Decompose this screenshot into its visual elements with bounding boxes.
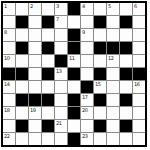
white-cell-r7c6[interactable]	[68, 81, 80, 93]
black-cell-r11c6	[68, 133, 80, 145]
white-cell-r1c10[interactable]	[120, 3, 132, 15]
white-cell-r3c5[interactable]	[55, 29, 67, 41]
white-cell-r5c9[interactable]: 12	[107, 55, 119, 67]
black-cell-r8c6	[68, 94, 80, 106]
clue-number-18: 18	[4, 107, 9, 113]
black-cell-r2c10	[120, 16, 132, 28]
white-cell-r7c8[interactable]: 15	[94, 81, 106, 93]
white-cell-r5c1[interactable]: 10	[3, 55, 15, 67]
white-cell-r6c3[interactable]	[29, 68, 41, 80]
white-cell-r4c5[interactable]	[55, 42, 67, 54]
white-cell-r10c1[interactable]	[3, 120, 15, 132]
white-cell-r5c10[interactable]	[120, 55, 132, 67]
white-cell-r4c7[interactable]	[81, 42, 93, 54]
black-cell-r2c4	[42, 16, 54, 28]
white-cell-r2c7[interactable]	[81, 16, 93, 28]
white-cell-r3c3[interactable]	[29, 29, 41, 41]
black-cell-r6c10	[120, 68, 132, 80]
white-cell-r10c7[interactable]	[81, 120, 93, 132]
white-cell-r5c8[interactable]	[94, 55, 106, 67]
white-cell-r7c5[interactable]	[55, 81, 67, 93]
white-cell-r9c5[interactable]	[55, 107, 67, 119]
white-cell-r1c3[interactable]: 2	[29, 3, 41, 15]
white-cell-r9c7[interactable]: 20	[81, 107, 93, 119]
white-cell-r3c4[interactable]	[42, 29, 54, 41]
white-cell-r3c8[interactable]	[94, 29, 106, 41]
clue-number-8: 8	[4, 29, 7, 35]
clue-number-9: 9	[82, 29, 85, 35]
white-cell-r3c2[interactable]	[16, 29, 28, 41]
white-cell-r9c1[interactable]: 18	[3, 107, 15, 119]
white-cell-r3c10[interactable]	[120, 29, 132, 41]
clue-number-10: 10	[4, 55, 9, 61]
white-cell-r11c1[interactable]: 22	[3, 133, 15, 145]
white-cell-r1c5[interactable]: 3	[55, 3, 67, 15]
white-cell-r8c5[interactable]	[55, 94, 67, 106]
white-cell-r8c11[interactable]	[133, 94, 145, 106]
white-cell-r3c1[interactable]: 8	[3, 29, 15, 41]
crossword-grid: 1234567891011121314151617181920212223	[1, 1, 147, 147]
white-cell-r7c10[interactable]	[120, 81, 132, 93]
clue-number-19: 19	[30, 107, 35, 113]
white-cell-r4c1[interactable]	[3, 42, 15, 54]
white-cell-r2c5[interactable]: 7	[55, 16, 67, 28]
clue-number-20: 20	[82, 107, 87, 113]
white-cell-r7c11[interactable]: 16	[133, 81, 145, 93]
black-cell-r4c2	[16, 42, 28, 54]
white-cell-r1c1[interactable]: 1	[3, 3, 15, 15]
black-cell-r5c5	[55, 55, 67, 67]
black-cell-r7c7	[81, 81, 93, 93]
white-cell-r9c2[interactable]	[16, 107, 28, 119]
white-cell-r10c6[interactable]	[68, 120, 80, 132]
white-cell-r11c7[interactable]: 23	[81, 133, 93, 145]
white-cell-r7c9[interactable]	[107, 81, 119, 93]
white-cell-r2c9[interactable]	[107, 16, 119, 28]
white-cell-r9c4[interactable]	[42, 107, 54, 119]
clue-number-14: 14	[4, 81, 9, 87]
white-cell-r11c8[interactable]	[94, 133, 106, 145]
black-cell-r3c6	[68, 29, 80, 41]
black-cell-r6c11	[133, 68, 145, 80]
black-cell-r4c6	[68, 42, 80, 54]
black-cell-r8c8	[94, 94, 106, 106]
white-cell-r5c7[interactable]	[81, 55, 93, 67]
black-cell-r2c8	[94, 16, 106, 28]
black-cell-r10c8	[94, 120, 106, 132]
black-cell-r2c2	[16, 16, 28, 28]
white-cell-r4c3[interactable]	[29, 42, 41, 54]
white-cell-r6c9[interactable]	[107, 68, 119, 80]
white-cell-r3c7[interactable]: 9	[81, 29, 93, 41]
white-cell-r11c3[interactable]	[29, 133, 41, 145]
white-cell-r11c11[interactable]	[133, 133, 145, 145]
black-cell-r10c4	[42, 120, 54, 132]
clue-number-11: 11	[69, 55, 74, 61]
clue-number-22: 22	[4, 133, 9, 139]
white-cell-r5c6[interactable]: 11	[68, 55, 80, 67]
white-cell-r7c3[interactable]	[29, 81, 41, 93]
white-cell-r5c4[interactable]	[42, 55, 54, 67]
crossword-board: 1234567891011121314151617181920212223	[0, 0, 150, 150]
white-cell-r5c2[interactable]	[16, 55, 28, 67]
clue-number-6: 6	[134, 3, 137, 9]
white-cell-r6c7[interactable]	[81, 68, 93, 80]
black-cell-r4c8	[94, 42, 106, 54]
clue-number-23: 23	[82, 133, 87, 139]
black-cell-r6c6	[68, 68, 80, 80]
black-cell-r1c6	[68, 3, 80, 15]
clue-number-12: 12	[108, 55, 113, 61]
clue-number-15: 15	[95, 81, 100, 87]
white-cell-r6c5[interactable]: 13	[55, 68, 67, 80]
white-cell-r1c8[interactable]	[94, 3, 106, 15]
black-cell-r8c10	[120, 94, 132, 106]
black-cell-r6c4	[42, 68, 54, 80]
white-cell-r5c11[interactable]	[133, 55, 145, 67]
white-cell-r11c5[interactable]	[55, 133, 67, 145]
white-cell-r11c9[interactable]	[107, 133, 119, 145]
black-cell-r9c6	[68, 107, 80, 119]
white-cell-r9c11[interactable]	[133, 107, 145, 119]
clue-number-7: 7	[56, 16, 59, 22]
white-cell-r2c1[interactable]	[3, 16, 15, 28]
clue-number-2: 2	[30, 3, 33, 9]
clue-number-5: 5	[108, 3, 111, 9]
black-cell-r4c9	[107, 42, 119, 54]
white-cell-r11c10[interactable]	[120, 133, 132, 145]
white-cell-r8c1[interactable]	[3, 94, 15, 106]
white-cell-r11c4[interactable]	[42, 133, 54, 145]
white-cell-r2c3[interactable]	[29, 16, 41, 28]
black-cell-r6c1	[3, 68, 15, 80]
black-cell-r6c8	[94, 68, 106, 80]
white-cell-r7c1[interactable]: 14	[3, 81, 15, 93]
black-cell-r8c2	[16, 94, 28, 106]
clue-number-17: 17	[82, 94, 87, 100]
white-cell-r10c5[interactable]: 21	[55, 120, 67, 132]
white-cell-r9c8[interactable]	[94, 107, 106, 119]
white-cell-r8c9[interactable]	[107, 94, 119, 106]
white-cell-r1c11[interactable]: 6	[133, 3, 145, 15]
white-cell-r5c3[interactable]	[29, 55, 41, 67]
black-cell-r8c4	[42, 94, 54, 106]
clue-number-13: 13	[56, 68, 61, 74]
white-cell-r10c3[interactable]	[29, 120, 41, 132]
black-cell-r4c10	[120, 42, 132, 54]
white-cell-r1c2[interactable]	[16, 3, 28, 15]
black-cell-r10c10	[120, 120, 132, 132]
white-cell-r1c7[interactable]: 4	[81, 3, 93, 15]
white-cell-r1c4[interactable]	[42, 3, 54, 15]
white-cell-r9c9[interactable]	[107, 107, 119, 119]
white-cell-r1c9[interactable]: 5	[107, 3, 119, 15]
clue-number-4: 4	[82, 3, 85, 9]
black-cell-r6c2	[16, 68, 28, 80]
white-cell-r3c11[interactable]	[133, 29, 145, 41]
clue-number-1: 1	[4, 3, 7, 9]
white-cell-r11c2[interactable]	[16, 133, 28, 145]
clue-number-3: 3	[56, 3, 59, 9]
white-cell-r2c11[interactable]	[133, 16, 145, 28]
white-cell-r7c2[interactable]	[16, 81, 28, 93]
white-cell-r4c11[interactable]	[133, 42, 145, 54]
white-cell-r10c9[interactable]	[107, 120, 119, 132]
clue-number-21: 21	[56, 120, 61, 126]
black-cell-r8c3	[29, 94, 41, 106]
white-cell-r2c6[interactable]	[68, 16, 80, 28]
white-cell-r3c9[interactable]	[107, 29, 119, 41]
clue-number-16: 16	[134, 81, 139, 87]
white-cell-r8c7[interactable]: 17	[81, 94, 93, 106]
white-cell-r7c4[interactable]	[42, 81, 54, 93]
white-cell-r10c11[interactable]	[133, 120, 145, 132]
white-cell-r9c3[interactable]: 19	[29, 107, 41, 119]
black-cell-r10c2	[16, 120, 28, 132]
white-cell-r9c10[interactable]	[120, 107, 132, 119]
black-cell-r4c4	[42, 42, 54, 54]
